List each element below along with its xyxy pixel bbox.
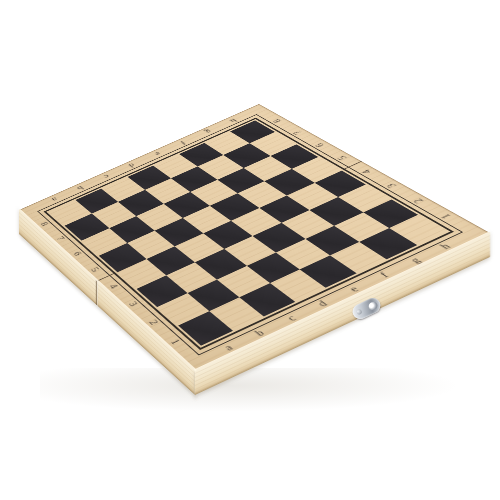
clasp-hook: [367, 300, 379, 311]
board-drop-shadow: [40, 368, 460, 412]
product-photo-stage: 87654321hhggffeeddccbbaa87654321: [0, 0, 500, 500]
clasp-pin: [356, 309, 363, 316]
chessboard: 87654321hhggffeeddccbbaa87654321: [19, 104, 490, 371]
